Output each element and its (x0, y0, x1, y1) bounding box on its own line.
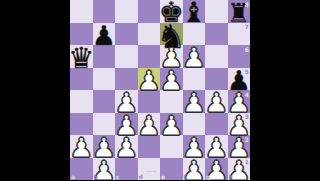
square-b1[interactable]: ♟b (93, 158, 116, 181)
square-b4[interactable] (93, 90, 116, 113)
square-b3[interactable] (93, 113, 116, 136)
black-pawn-h5: ♟ (227, 69, 251, 92)
square-f1[interactable]: ♟f (183, 158, 206, 181)
file-label-f: f (184, 173, 187, 180)
square-b7[interactable]: ♟ (93, 23, 116, 46)
square-g2[interactable]: ♟ (205, 135, 228, 158)
square-g1[interactable]: ♟g (205, 158, 228, 181)
white-pawn-h3: ♟ (227, 114, 251, 137)
white-pawn-h4: ♟ (227, 92, 251, 115)
square-g4[interactable]: ♟ (205, 90, 228, 113)
square-h1[interactable]: ♟1h (228, 158, 251, 181)
right-black-bar (250, 0, 320, 180)
white-pawn-b1: ♟ (92, 159, 116, 180)
white-pawn-b2: ♟ (92, 137, 116, 160)
square-a8[interactable] (70, 0, 93, 23)
black-bishop-f8: ♝ (181, 2, 206, 25)
square-c7[interactable] (115, 23, 138, 46)
white-pawn-f6: ♟ (182, 47, 206, 70)
square-a5[interactable] (70, 68, 93, 91)
square-h6[interactable]: 6 (228, 45, 251, 68)
square-a7[interactable] (70, 23, 93, 46)
square-e2[interactable] (160, 135, 183, 158)
square-f7[interactable] (183, 23, 206, 46)
white-pawn-f4: ♟ (182, 92, 206, 115)
black-rook-h8: ♜ (227, 2, 250, 25)
rank-label-4: 4 (245, 91, 249, 98)
square-d5[interactable]: ♟ (138, 68, 161, 91)
square-h2[interactable]: ♟2 (228, 135, 251, 158)
square-h8[interactable]: ♜8 (228, 0, 251, 23)
white-pawn-g1: ♟ (204, 159, 228, 180)
square-b8[interactable] (93, 0, 116, 23)
square-e3[interactable]: ♟ (160, 113, 183, 136)
file-label-e: e (161, 173, 165, 180)
white-pawn-c3: ♟ (114, 114, 138, 137)
file-label-h: h (229, 173, 233, 180)
square-h3[interactable]: ♟3 (228, 113, 251, 136)
black-queen-a6: ♛ (68, 47, 94, 70)
square-b6[interactable] (93, 45, 116, 68)
black-pawn-b7: ♟ (92, 24, 116, 47)
square-c5[interactable] (115, 68, 138, 91)
white-pawn-c4: ♟ (114, 92, 138, 115)
square-h4[interactable]: ♟4 (228, 90, 251, 113)
white-pawn-e6: ♟ (159, 47, 183, 70)
square-e4[interactable] (160, 90, 183, 113)
white-pawn-d5: ♟ (137, 69, 161, 92)
rank-label-8: 8 (245, 1, 249, 8)
rank-label-7: 7 (245, 23, 249, 30)
square-a6[interactable]: ♛ (70, 45, 93, 68)
white-pawn-g4: ♟ (204, 92, 228, 115)
file-label-b: b (94, 173, 98, 180)
file-label-d: d (139, 173, 143, 180)
square-d6[interactable] (138, 45, 161, 68)
square-b2[interactable]: ♟ (93, 135, 116, 158)
square-a4[interactable] (70, 90, 93, 113)
square-g3[interactable] (205, 113, 228, 136)
rank-label-1: 1 (245, 158, 249, 165)
square-d3[interactable]: ♟ (138, 113, 161, 136)
square-g8[interactable] (205, 0, 228, 23)
left-black-bar (0, 0, 70, 180)
file-label-c: c (116, 173, 120, 180)
square-d7[interactable] (138, 23, 161, 46)
square-g6[interactable] (205, 45, 228, 68)
square-f4[interactable]: ♟ (183, 90, 206, 113)
square-h7[interactable]: 7 (228, 23, 251, 46)
square-c4[interactable]: ♟ (115, 90, 138, 113)
square-e6[interactable]: ♟ (160, 45, 183, 68)
file-label-a: a (71, 173, 75, 180)
white-pawn-a2: ♟ (69, 137, 93, 160)
white-pawn-c2: ♟ (114, 137, 138, 160)
square-f6[interactable]: ♟ (183, 45, 206, 68)
square-g5[interactable] (205, 68, 228, 91)
square-d2[interactable] (138, 135, 161, 158)
rank-label-6: 6 (245, 46, 249, 53)
square-c2[interactable]: ♟ (115, 135, 138, 158)
square-a2[interactable]: ♟ (70, 135, 93, 158)
square-c8[interactable] (115, 0, 138, 23)
square-d4[interactable] (138, 90, 161, 113)
chess-board: ♚♝♜8♟♞7♛♟♟6♟♟♟5♟♟♟♟4♟♟♟♟3♟♟♟♟♟♟2a♟bcde♟f… (70, 0, 250, 180)
rank-label-2: 2 (245, 136, 249, 143)
square-e8[interactable]: ♚ (160, 0, 183, 23)
square-g7[interactable] (205, 23, 228, 46)
rank-label-5: 5 (245, 68, 249, 75)
square-c6[interactable] (115, 45, 138, 68)
white-pawn-e5: ♟ (159, 69, 183, 92)
square-c3[interactable]: ♟ (115, 113, 138, 136)
black-king-e8: ♚ (159, 2, 184, 25)
white-pawn-g2: ♟ (204, 137, 228, 160)
white-pawn-f1: ♟ (182, 159, 206, 180)
square-e5[interactable]: ♟ (160, 68, 183, 91)
square-f8[interactable]: ♝ (183, 0, 206, 23)
white-pawn-f2: ♟ (182, 137, 206, 160)
video-frame: ♚♝♜8♟♞7♛♟♟6♟♟♟5♟♟♟♟4♟♟♟♟3♟♟♟♟♟♟2a♟bcde♟f… (0, 0, 320, 180)
square-f5[interactable] (183, 68, 206, 91)
square-a3[interactable] (70, 113, 93, 136)
square-e7[interactable]: ♞ (160, 23, 183, 46)
white-pawn-e3: ♟ (159, 114, 183, 137)
square-c1[interactable]: c (115, 158, 138, 181)
white-pawn-h1: ♟ (227, 159, 251, 180)
square-d8[interactable] (138, 0, 161, 23)
square-f2[interactable]: ♟ (183, 135, 206, 158)
square-h5[interactable]: ♟5 (228, 68, 251, 91)
square-f3[interactable] (183, 113, 206, 136)
file-label-g: g (206, 173, 210, 180)
square-e1[interactable]: e (160, 158, 183, 181)
white-pawn-d3: ♟ (137, 114, 161, 137)
rank-label-3: 3 (245, 113, 249, 120)
square-a1[interactable]: a (70, 158, 93, 181)
white-pawn-h2: ♟ (227, 137, 251, 160)
square-b5[interactable] (93, 68, 116, 91)
square-d1[interactable]: d (138, 158, 161, 181)
